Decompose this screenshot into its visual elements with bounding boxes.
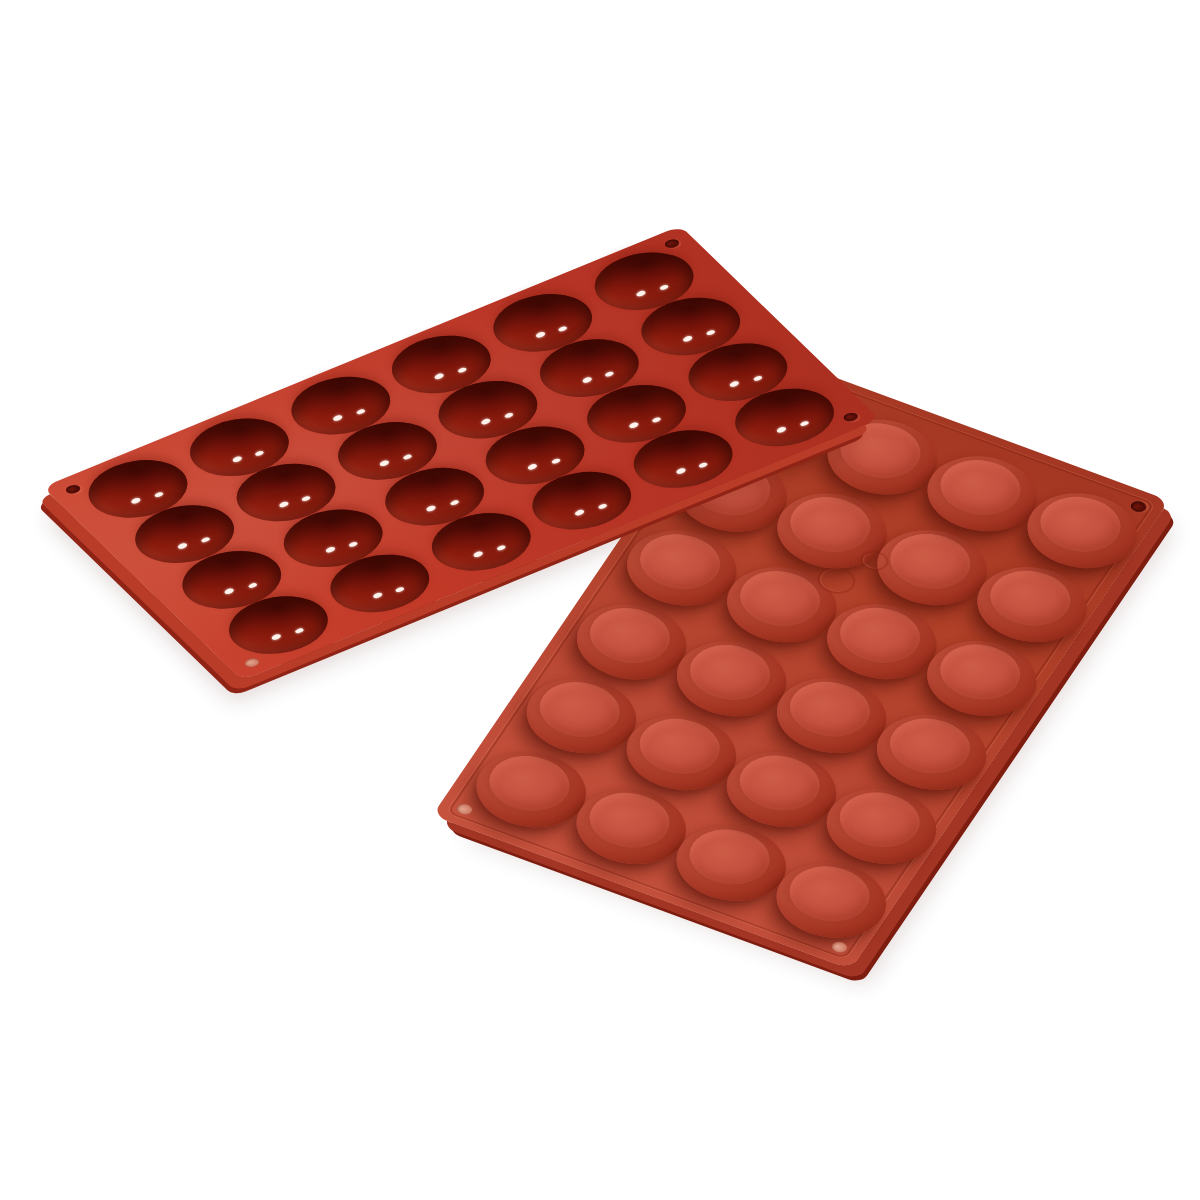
product-photo [0,0,1200,1200]
